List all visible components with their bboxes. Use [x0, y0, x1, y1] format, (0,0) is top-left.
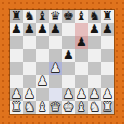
square-e4[interactable]: [62, 62, 75, 75]
square-e7[interactable]: [62, 23, 75, 36]
square-b5[interactable]: [23, 49, 36, 62]
square-b6[interactable]: [23, 36, 36, 49]
square-e8[interactable]: ♚: [62, 10, 75, 23]
square-d3[interactable]: [49, 75, 62, 88]
square-d1[interactable]: ♛: [49, 101, 62, 114]
square-a4[interactable]: [10, 62, 23, 75]
white-queen[interactable]: ♛: [50, 101, 61, 114]
black-pawn[interactable]: ♟: [63, 49, 74, 62]
square-f1[interactable]: ♝: [75, 101, 88, 114]
black-pawn[interactable]: ♟: [11, 23, 22, 36]
square-c7[interactable]: ♟: [36, 23, 49, 36]
white-king[interactable]: ♚: [63, 101, 74, 114]
chess-app-window: ♜♞♝♛♚♝♞♜♟♟♟♟♟♟♟♟♟♟♟♟♟♟♟♟♜♞♝♛♚♝♞♜: [0, 0, 124, 124]
square-h6[interactable]: [101, 36, 114, 49]
square-f8[interactable]: ♝: [75, 10, 88, 23]
black-pawn[interactable]: ♟: [50, 23, 61, 36]
white-rook[interactable]: ♜: [11, 101, 22, 114]
square-h5[interactable]: [101, 49, 114, 62]
square-e5[interactable]: ♟: [62, 49, 75, 62]
square-a1[interactable]: ♜: [10, 101, 23, 114]
square-b4[interactable]: [23, 62, 36, 75]
square-b7[interactable]: ♟: [23, 23, 36, 36]
square-f5[interactable]: [75, 49, 88, 62]
white-rook[interactable]: ♜: [102, 101, 113, 114]
square-g5[interactable]: [88, 49, 101, 62]
square-g6[interactable]: [88, 36, 101, 49]
square-g1[interactable]: ♞: [88, 101, 101, 114]
square-g7[interactable]: ♟: [88, 23, 101, 36]
square-c3[interactable]: ♟: [36, 75, 49, 88]
square-a7[interactable]: ♟: [10, 23, 23, 36]
chess-board: ♜♞♝♛♚♝♞♜♟♟♟♟♟♟♟♟♟♟♟♟♟♟♟♟♜♞♝♛♚♝♞♜: [10, 10, 114, 114]
black-pawn[interactable]: ♟: [37, 23, 48, 36]
square-g4[interactable]: [88, 62, 101, 75]
white-knight[interactable]: ♞: [24, 101, 35, 114]
black-bishop[interactable]: ♝: [76, 10, 87, 23]
white-pawn[interactable]: ♟: [50, 62, 61, 75]
square-h1[interactable]: ♜: [101, 101, 114, 114]
white-pawn[interactable]: ♟: [37, 75, 48, 88]
square-f4[interactable]: [75, 62, 88, 75]
square-a6[interactable]: [10, 36, 23, 49]
square-c1[interactable]: ♝: [36, 101, 49, 114]
square-h7[interactable]: ♟: [101, 23, 114, 36]
black-pawn[interactable]: ♟: [24, 23, 35, 36]
black-pawn[interactable]: ♟: [102, 23, 113, 36]
square-c6[interactable]: [36, 36, 49, 49]
square-d7[interactable]: ♟: [49, 23, 62, 36]
white-knight[interactable]: ♞: [89, 101, 100, 114]
square-c5[interactable]: [36, 49, 49, 62]
white-bishop[interactable]: ♝: [76, 101, 87, 114]
square-h4[interactable]: [101, 62, 114, 75]
square-b1[interactable]: ♞: [23, 101, 36, 114]
black-pawn[interactable]: ♟: [89, 23, 100, 36]
black-pawn[interactable]: ♟: [76, 36, 87, 49]
square-e1[interactable]: ♚: [62, 101, 75, 114]
square-d4[interactable]: ♟: [49, 62, 62, 75]
black-king[interactable]: ♚: [63, 10, 74, 23]
square-a5[interactable]: [10, 49, 23, 62]
square-f6[interactable]: ♟: [75, 36, 88, 49]
square-d6[interactable]: [49, 36, 62, 49]
white-bishop[interactable]: ♝: [37, 101, 48, 114]
